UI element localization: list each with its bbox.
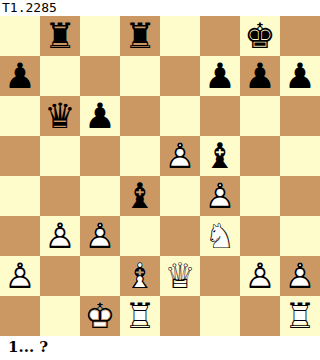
piece-white-queen: ♕	[160, 256, 200, 296]
square-h2[interactable]: ♟♙	[280, 256, 320, 296]
square-f7[interactable]: ♟	[200, 56, 240, 96]
puzzle-id-label: T1.2285	[2, 0, 57, 16]
square-b6[interactable]: ♛	[40, 96, 80, 136]
piece-white-pawn: ♙	[0, 256, 40, 296]
piece-black-rook: ♜	[40, 16, 80, 56]
square-d1[interactable]: ♜♖	[120, 296, 160, 336]
square-a6[interactable]	[0, 96, 40, 136]
square-c5[interactable]	[80, 136, 120, 176]
square-g4[interactable]	[240, 176, 280, 216]
square-e2[interactable]: ♛♕	[160, 256, 200, 296]
piece-white-pawn: ♙	[280, 256, 320, 296]
piece-black-rook: ♜	[120, 16, 160, 56]
square-g7[interactable]: ♟	[240, 56, 280, 96]
square-b2[interactable]	[40, 256, 80, 296]
piece-white-pawn: ♙	[160, 136, 200, 176]
piece-white-knight: ♘	[200, 216, 240, 256]
square-g2[interactable]: ♟♙	[240, 256, 280, 296]
piece-black-bishop: ♝	[200, 136, 240, 176]
piece-white-pawn: ♙	[40, 216, 80, 256]
square-g6[interactable]	[240, 96, 280, 136]
square-e4[interactable]	[160, 176, 200, 216]
piece-white-rook: ♖	[120, 296, 160, 336]
chess-puzzle-app: T1.2285 ♜♜♚♟♟♟♟♛♟♟♙♝♝♟♙♟♙♟♙♞♘♟♙♝♗♛♕♟♙♟♙♚…	[0, 0, 320, 360]
square-d5[interactable]	[120, 136, 160, 176]
square-e8[interactable]	[160, 16, 200, 56]
square-a1[interactable]	[0, 296, 40, 336]
square-f6[interactable]	[200, 96, 240, 136]
square-a2[interactable]: ♟♙	[0, 256, 40, 296]
square-f2[interactable]	[200, 256, 240, 296]
piece-black-pawn: ♟	[80, 96, 120, 136]
square-f1[interactable]	[200, 296, 240, 336]
piece-black-pawn: ♟	[0, 56, 40, 96]
square-e7[interactable]	[160, 56, 200, 96]
piece-white-pawn: ♙	[240, 256, 280, 296]
square-g8[interactable]: ♚	[240, 16, 280, 56]
piece-white-king: ♔	[80, 296, 120, 336]
square-g3[interactable]	[240, 216, 280, 256]
square-a5[interactable]	[0, 136, 40, 176]
square-b5[interactable]	[40, 136, 80, 176]
square-b3[interactable]: ♟♙	[40, 216, 80, 256]
piece-black-pawn: ♟	[200, 56, 240, 96]
square-c1[interactable]: ♚♔	[80, 296, 120, 336]
piece-black-pawn: ♟	[280, 56, 320, 96]
square-a7[interactable]: ♟	[0, 56, 40, 96]
square-f4[interactable]: ♟♙	[200, 176, 240, 216]
square-h7[interactable]: ♟	[280, 56, 320, 96]
square-f3[interactable]: ♞♘	[200, 216, 240, 256]
square-b8[interactable]: ♜	[40, 16, 80, 56]
square-f8[interactable]	[200, 16, 240, 56]
square-c3[interactable]: ♟♙	[80, 216, 120, 256]
square-h6[interactable]	[280, 96, 320, 136]
square-a4[interactable]	[0, 176, 40, 216]
square-h5[interactable]	[280, 136, 320, 176]
piece-black-queen: ♛	[40, 96, 80, 136]
square-d2[interactable]: ♝♗	[120, 256, 160, 296]
piece-white-bishop: ♗	[120, 256, 160, 296]
square-b4[interactable]	[40, 176, 80, 216]
square-e3[interactable]	[160, 216, 200, 256]
square-c4[interactable]	[80, 176, 120, 216]
square-d6[interactable]	[120, 96, 160, 136]
move-prompt: 1... ?	[8, 338, 48, 356]
square-g5[interactable]	[240, 136, 280, 176]
piece-black-king: ♚	[240, 16, 280, 56]
square-e5[interactable]: ♟♙	[160, 136, 200, 176]
piece-black-pawn: ♟	[240, 56, 280, 96]
square-c6[interactable]: ♟	[80, 96, 120, 136]
square-b7[interactable]	[40, 56, 80, 96]
piece-white-pawn: ♙	[200, 176, 240, 216]
square-e6[interactable]	[160, 96, 200, 136]
square-a8[interactable]	[0, 16, 40, 56]
square-d7[interactable]	[120, 56, 160, 96]
square-d4[interactable]: ♝	[120, 176, 160, 216]
square-c7[interactable]	[80, 56, 120, 96]
square-g1[interactable]	[240, 296, 280, 336]
square-c2[interactable]	[80, 256, 120, 296]
piece-black-bishop: ♝	[120, 176, 160, 216]
square-h8[interactable]	[280, 16, 320, 56]
square-h1[interactable]: ♜♖	[280, 296, 320, 336]
chess-board: ♜♜♚♟♟♟♟♛♟♟♙♝♝♟♙♟♙♟♙♞♘♟♙♝♗♛♕♟♙♟♙♚♔♜♖♜♖	[0, 16, 320, 336]
square-b1[interactable]	[40, 296, 80, 336]
square-a3[interactable]	[0, 216, 40, 256]
piece-white-rook: ♖	[280, 296, 320, 336]
square-d8[interactable]: ♜	[120, 16, 160, 56]
square-e1[interactable]	[160, 296, 200, 336]
square-c8[interactable]	[80, 16, 120, 56]
square-h3[interactable]	[280, 216, 320, 256]
square-f5[interactable]: ♝	[200, 136, 240, 176]
square-d3[interactable]	[120, 216, 160, 256]
square-h4[interactable]	[280, 176, 320, 216]
piece-white-pawn: ♙	[80, 216, 120, 256]
